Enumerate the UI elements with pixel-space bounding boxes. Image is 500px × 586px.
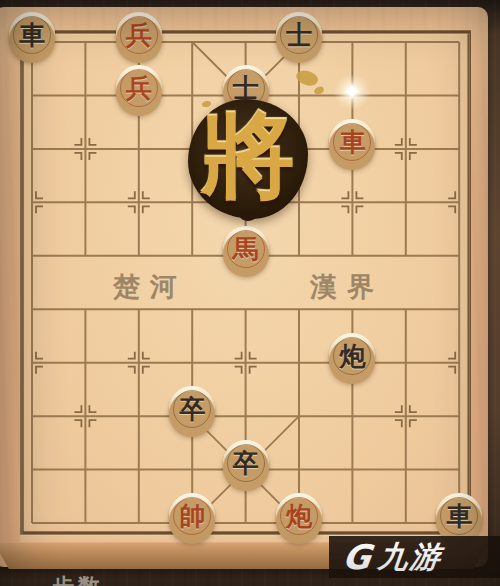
piece-red-horse[interactable]: 馬: [223, 226, 269, 272]
jiuyou-logo-icon: G: [341, 540, 374, 574]
move-count-partial-label: 步数: [52, 572, 104, 586]
piece-glyph: 炮: [286, 503, 312, 529]
check-announcement-stamp: 將: [188, 99, 308, 219]
piece-glyph: 炮: [339, 343, 365, 369]
piece-glyph: 卒: [233, 450, 259, 476]
piece-red-chariot[interactable]: 車: [329, 119, 375, 165]
sparkle-star-icon: ✦: [342, 80, 362, 104]
ink-drip: [240, 211, 256, 221]
jiuyou-watermark-text: 九游: [376, 542, 443, 572]
piece-glyph: 車: [339, 129, 365, 155]
piece-glyph: 兵: [126, 75, 152, 101]
check-stamp-glyph: 將: [201, 108, 295, 202]
piece-black-chariot[interactable]: 車: [436, 493, 482, 539]
game-screen: 楚河 漢界 車兵士兵士將車馬炮卒卒帥炮車 將 ✦ 步数 G 九游: [0, 0, 500, 586]
piece-red-general[interactable]: 帥: [169, 493, 215, 539]
piece-black-soldier[interactable]: 卒: [169, 386, 215, 432]
piece-glyph: 士: [286, 22, 312, 48]
piece-glyph: 卒: [179, 396, 205, 422]
piece-black-chariot[interactable]: 車: [9, 12, 55, 58]
piece-red-cannon[interactable]: 炮: [276, 493, 322, 539]
jiuyou-watermark: G 九游: [329, 536, 500, 578]
piece-glyph: 士: [233, 75, 259, 101]
piece-black-soldier[interactable]: 卒: [223, 440, 269, 486]
piece-glyph: 馬: [233, 236, 259, 262]
sparkle-effect: ✦: [332, 72, 372, 112]
piece-glyph: 帥: [179, 503, 205, 529]
piece-red-soldier[interactable]: 兵: [116, 65, 162, 111]
piece-black-advisor[interactable]: 士: [276, 12, 322, 58]
piece-glyph: 車: [446, 503, 472, 529]
river-label-left: 楚河: [113, 269, 187, 305]
piece-glyph: 兵: [126, 22, 152, 48]
piece-red-soldier[interactable]: 兵: [116, 12, 162, 58]
piece-glyph: 車: [19, 22, 45, 48]
piece-black-cannon[interactable]: 炮: [329, 333, 375, 379]
river-label-right: 漢界: [310, 269, 384, 305]
